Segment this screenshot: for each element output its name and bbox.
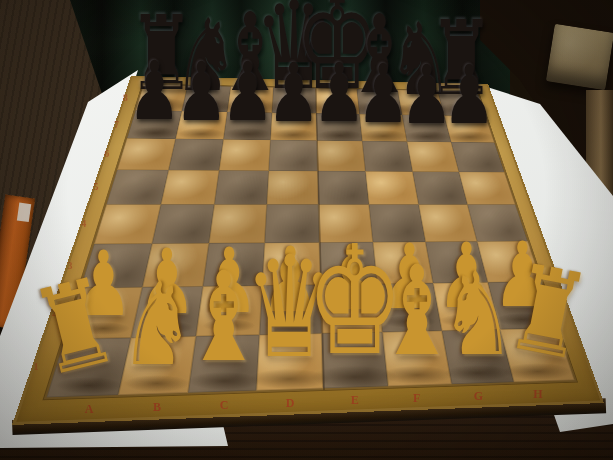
white-king: ♚ — [306, 226, 404, 377]
rank-label-5: 5 — [93, 181, 98, 192]
white-pawn: ♟ — [74, 239, 132, 329]
file-label-g: G — [474, 389, 483, 404]
white-pawn: ♟ — [200, 236, 258, 326]
black-rook: ♜ — [428, 8, 495, 111]
rank-label-3: 3 — [67, 260, 72, 271]
black-pawn: ♟ — [175, 52, 228, 133]
white-pawn: ♟ — [138, 237, 196, 327]
white-pawn: ♟ — [437, 231, 495, 321]
black-pawn: ♟ — [443, 56, 496, 137]
pieces-overlay: ABCDEFGH12345678♜♞♝♛♚♝♞♜♟♟♟♟♟♟♟♟♟♟♟♟♟♟♟♟… — [0, 0, 613, 460]
rank-label-6: 6 — [104, 148, 109, 159]
white-pawn: ♟ — [322, 233, 380, 323]
black-pawn: ♟ — [221, 53, 274, 134]
black-queen: ♛ — [254, 0, 333, 108]
black-pawn: ♟ — [400, 55, 453, 136]
white-knight: ♞ — [120, 268, 195, 383]
file-label-d: D — [286, 396, 295, 411]
white-queen: ♛ — [244, 239, 335, 379]
black-pawn: ♟ — [128, 52, 181, 133]
white-rook: ♜ — [500, 248, 598, 379]
rank-label-1: 1 — [33, 361, 38, 372]
white-bishop: ♝ — [377, 251, 458, 375]
white-pawn: ♟ — [380, 232, 438, 322]
black-pawn: ♟ — [357, 55, 410, 136]
white-pawn: ♟ — [493, 230, 551, 320]
rank-label-4: 4 — [81, 218, 86, 229]
rank-label-8: 8 — [123, 92, 128, 103]
black-king: ♚ — [295, 0, 380, 109]
black-knight: ♞ — [388, 10, 453, 110]
white-pawn: ♟ — [261, 235, 319, 325]
chess-photo-scene: ABCDEFGH12345678♜♞♝♛♚♝♞♜♟♟♟♟♟♟♟♟♟♟♟♟♟♟♟♟… — [0, 0, 613, 460]
file-label-e: E — [351, 393, 359, 408]
file-label-c: C — [220, 398, 229, 413]
white-rook: ♜ — [23, 261, 126, 394]
white-bishop: ♝ — [183, 257, 264, 381]
file-label-h: H — [533, 387, 542, 402]
white-knight: ♞ — [440, 258, 515, 373]
black-pawn: ♟ — [267, 54, 320, 135]
file-label-f: F — [413, 391, 420, 406]
black-bishop: ♝ — [344, 2, 414, 110]
rank-label-2: 2 — [52, 307, 57, 318]
black-pawn: ♟ — [313, 54, 366, 135]
rank-label-7: 7 — [114, 119, 119, 130]
file-label-b: B — [153, 400, 161, 415]
file-label-a: A — [85, 402, 94, 417]
black-knight: ♞ — [174, 6, 239, 106]
black-rook: ♜ — [128, 3, 195, 106]
black-bishop: ♝ — [215, 0, 285, 107]
